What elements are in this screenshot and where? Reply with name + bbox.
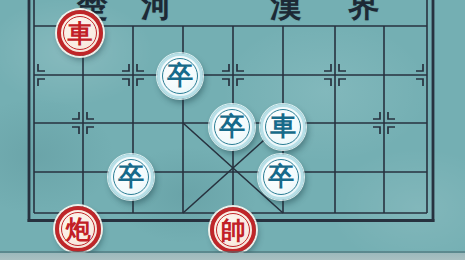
river-text-char-2: 河 xyxy=(141,0,172,22)
piece-glyph: 卒 xyxy=(118,164,144,190)
piece-black-soldier-1[interactable]: 卒 xyxy=(157,53,203,99)
xiangqi-board[interactable]: 楚河漢界 車卒卒車卒卒炮帥 xyxy=(0,0,465,260)
river-text-char-4: 界 xyxy=(348,0,379,22)
piece-black-soldier-2[interactable]: 卒 xyxy=(209,104,255,150)
board-edge-strip xyxy=(0,251,465,260)
piece-red-cannon[interactable]: 炮 xyxy=(55,206,101,252)
piece-black-chariot[interactable]: 車 xyxy=(260,104,306,150)
piece-red-general[interactable]: 帥 xyxy=(210,207,256,253)
piece-glyph: 車 xyxy=(68,21,93,46)
piece-glyph: 炮 xyxy=(66,217,91,242)
piece-glyph: 卒 xyxy=(167,63,193,89)
piece-glyph: 卒 xyxy=(268,164,294,190)
piece-red-chariot[interactable]: 車 xyxy=(57,10,103,56)
piece-black-soldier-4[interactable]: 卒 xyxy=(258,154,304,200)
piece-glyph: 卒 xyxy=(219,114,245,140)
piece-glyph: 帥 xyxy=(221,218,246,243)
piece-glyph: 車 xyxy=(270,114,296,140)
river-text-char-3: 漢 xyxy=(270,0,301,22)
piece-black-soldier-3[interactable]: 卒 xyxy=(108,154,154,200)
